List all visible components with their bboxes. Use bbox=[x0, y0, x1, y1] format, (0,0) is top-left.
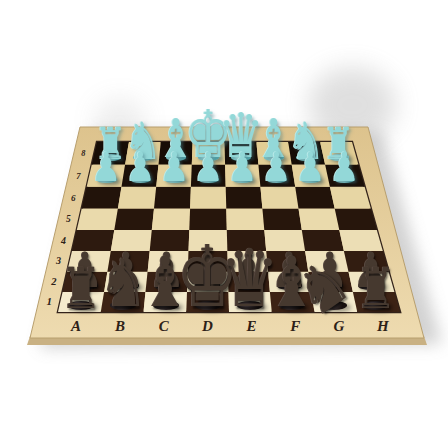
rank-label-4: 4 bbox=[60, 235, 66, 246]
rank-label-6: 6 bbox=[71, 193, 76, 203]
chess-board: ABCDEFGH12345678 bbox=[0, 0, 448, 448]
square-b5[interactable] bbox=[114, 209, 154, 230]
square-f5[interactable] bbox=[262, 209, 301, 230]
rank-label-5: 5 bbox=[66, 214, 71, 224]
square-g5[interactable] bbox=[299, 209, 340, 230]
piece-bottom-r-h1[interactable]: ♜ bbox=[330, 266, 423, 310]
square-h5[interactable] bbox=[335, 209, 377, 230]
photo-stage: ABCDEFGH12345678 ♜♞♝♚♛♝♞♜♟♟♟♟♟♟♟♟♟♟♟♟♟♟♟… bbox=[0, 0, 448, 448]
piece-top-p-h7[interactable]: ♟ bbox=[311, 151, 378, 183]
square-a5[interactable] bbox=[77, 209, 118, 230]
